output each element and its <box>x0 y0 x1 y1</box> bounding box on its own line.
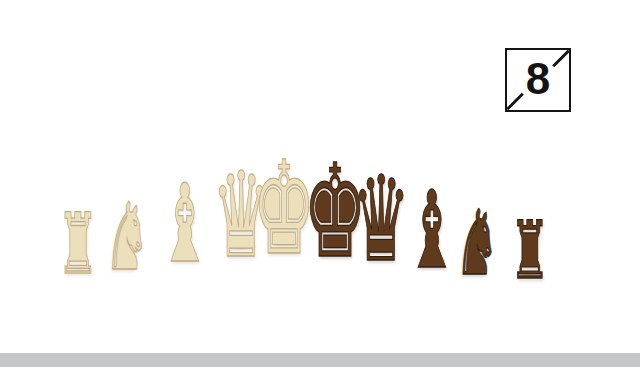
black-rook: ♜ <box>510 211 549 291</box>
product-photo: 8 ♜♞♝♛♚♚♛♝♞♜ <box>0 0 640 367</box>
white-knight: ♞ <box>104 191 150 284</box>
pieces-row: ♜♞♝♛♚♚♛♝♞♜ <box>0 0 640 367</box>
white-rook: ♜ <box>57 202 98 286</box>
black-bishop: ♝ <box>406 177 459 284</box>
black-queen: ♛ <box>352 160 410 278</box>
bottom-bar <box>0 353 640 367</box>
black-knight: ♞ <box>455 198 499 288</box>
white-bishop: ♝ <box>158 170 211 278</box>
